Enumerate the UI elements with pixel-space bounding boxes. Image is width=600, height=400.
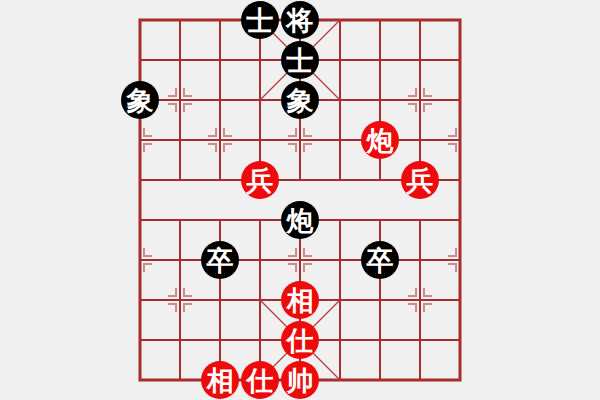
piece-red-advisor-1[interactable]: 仕 [281, 321, 319, 359]
xiangqi-board[interactable]: 士将士象象炮兵兵炮卒卒相仕相仕帅 [0, 0, 600, 400]
piece-black-general[interactable]: 将 [281, 1, 319, 39]
app-background: 士将士象象炮兵兵炮卒卒相仕相仕帅 [0, 0, 600, 400]
piece-red-soldier-1[interactable]: 兵 [241, 161, 279, 199]
piece-black-cannon[interactable]: 炮 [281, 201, 319, 239]
piece-black-elephant-2[interactable]: 象 [281, 81, 319, 119]
piece-black-soldier-1[interactable]: 卒 [201, 241, 239, 279]
piece-red-soldier-2[interactable]: 兵 [401, 161, 439, 199]
piece-black-advisor-2[interactable]: 士 [281, 41, 319, 79]
piece-red-general[interactable]: 帅 [281, 361, 319, 399]
piece-red-elephant-1[interactable]: 相 [281, 281, 319, 319]
piece-red-elephant-2[interactable]: 相 [201, 361, 239, 399]
piece-black-soldier-2[interactable]: 卒 [361, 241, 399, 279]
piece-black-elephant-1[interactable]: 象 [121, 81, 159, 119]
piece-red-cannon[interactable]: 炮 [361, 121, 399, 159]
piece-black-advisor-1[interactable]: 士 [241, 1, 279, 39]
piece-red-advisor-2[interactable]: 仕 [241, 361, 279, 399]
